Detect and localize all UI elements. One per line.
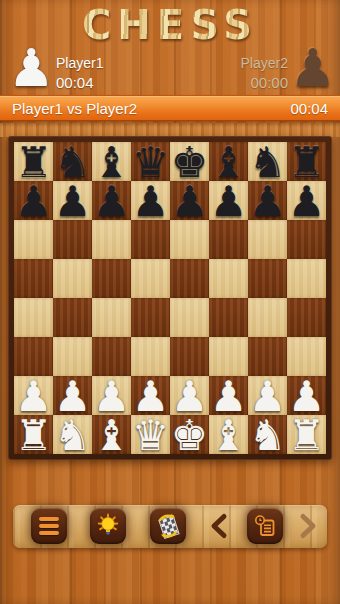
square-d7[interactable]: ♟: [131, 181, 170, 220]
status-bar: Player1 vs Player2 00:04: [0, 95, 340, 121]
square-h2[interactable]: ♟: [287, 376, 326, 415]
flip-board-icon: [155, 513, 181, 539]
square-h4[interactable]: [287, 298, 326, 337]
piece-black-pawn[interactable]: ♟: [14, 181, 53, 220]
square-b8[interactable]: ♞: [53, 142, 92, 181]
square-f1[interactable]: ♝: [209, 415, 248, 454]
square-a4[interactable]: [14, 298, 53, 337]
square-e4[interactable]: [170, 298, 209, 337]
piece-white-bishop[interactable]: ♝: [209, 415, 248, 454]
piece-white-knight[interactable]: ♞: [248, 415, 287, 454]
square-a6[interactable]: [14, 220, 53, 259]
square-f8[interactable]: ♝: [209, 142, 248, 181]
white-pawn-icon: ♟: [8, 44, 55, 92]
piece-white-pawn[interactable]: ♟: [131, 376, 170, 415]
piece-black-pawn[interactable]: ♟: [131, 181, 170, 220]
move-list-button[interactable]: [247, 508, 283, 544]
next-move-button[interactable]: [293, 512, 321, 540]
previous-move-button[interactable]: [206, 512, 234, 540]
square-a5[interactable]: [14, 259, 53, 298]
piece-black-knight[interactable]: ♞: [53, 142, 92, 181]
piece-white-bishop[interactable]: ♝: [92, 415, 131, 454]
square-c4[interactable]: [92, 298, 131, 337]
square-b5[interactable]: [53, 259, 92, 298]
hint-button[interactable]: [90, 508, 126, 544]
square-c6[interactable]: [92, 220, 131, 259]
square-e3[interactable]: [170, 337, 209, 376]
square-d3[interactable]: [131, 337, 170, 376]
menu-button[interactable]: [31, 508, 67, 544]
piece-white-knight[interactable]: ♞: [53, 415, 92, 454]
square-f2[interactable]: ♟: [209, 376, 248, 415]
piece-white-queen[interactable]: ♛: [131, 415, 170, 454]
square-d6[interactable]: [131, 220, 170, 259]
square-d5[interactable]: [131, 259, 170, 298]
piece-white-pawn[interactable]: ♟: [248, 376, 287, 415]
piece-black-knight[interactable]: ♞: [248, 142, 287, 181]
piece-black-pawn[interactable]: ♟: [248, 181, 287, 220]
flip-board-button[interactable]: [150, 508, 186, 544]
black-player-name: Player2: [241, 54, 288, 73]
lightbulb-icon: [95, 513, 121, 539]
square-g7[interactable]: ♟: [248, 181, 287, 220]
square-b1[interactable]: ♞: [53, 415, 92, 454]
square-g2[interactable]: ♟: [248, 376, 287, 415]
piece-black-bishop[interactable]: ♝: [209, 142, 248, 181]
square-a1[interactable]: ♜: [14, 415, 53, 454]
square-h6[interactable]: [287, 220, 326, 259]
square-e1[interactable]: ♚: [170, 415, 209, 454]
piece-white-pawn[interactable]: ♟: [170, 376, 209, 415]
square-g1[interactable]: ♞: [248, 415, 287, 454]
square-e5[interactable]: [170, 259, 209, 298]
square-d2[interactable]: ♟: [131, 376, 170, 415]
toolbar: [13, 505, 327, 548]
square-d4[interactable]: [131, 298, 170, 337]
piece-white-king[interactable]: ♚: [170, 415, 209, 454]
piece-black-pawn[interactable]: ♟: [92, 181, 131, 220]
square-c8[interactable]: ♝: [92, 142, 131, 181]
square-b7[interactable]: ♟: [53, 181, 92, 220]
square-g6[interactable]: [248, 220, 287, 259]
piece-black-pawn[interactable]: ♟: [170, 181, 209, 220]
chess-board-frame: ♜♞♝♛♚♝♞♜♟♟♟♟♟♟♟♟♟♟♟♟♟♟♟♟♜♞♝♛♚♝♞♜: [8, 136, 332, 460]
chess-app: CHESS ♟ Player1 00:04 Player2 00:00 ♟ Pl…: [0, 0, 340, 604]
piece-black-rook[interactable]: ♜: [14, 142, 53, 181]
square-f5[interactable]: [209, 259, 248, 298]
piece-white-rook[interactable]: ♜: [14, 415, 53, 454]
square-b4[interactable]: [53, 298, 92, 337]
piece-white-pawn[interactable]: ♟: [287, 376, 326, 415]
square-e7[interactable]: ♟: [170, 181, 209, 220]
brown-pawn-icon: ♟: [289, 44, 336, 92]
square-h8[interactable]: ♜: [287, 142, 326, 181]
square-b6[interactable]: [53, 220, 92, 259]
square-c3[interactable]: [92, 337, 131, 376]
square-a2[interactable]: ♟: [14, 376, 53, 415]
piece-white-pawn[interactable]: ♟: [209, 376, 248, 415]
square-e6[interactable]: [170, 220, 209, 259]
square-c2[interactable]: ♟: [92, 376, 131, 415]
square-f6[interactable]: [209, 220, 248, 259]
piece-white-pawn[interactable]: ♟: [14, 376, 53, 415]
square-f4[interactable]: [209, 298, 248, 337]
elapsed-time: 00:04: [290, 100, 328, 117]
piece-black-pawn[interactable]: ♟: [287, 181, 326, 220]
chevron-right-icon: [293, 512, 321, 540]
square-g8[interactable]: ♞: [248, 142, 287, 181]
square-f3[interactable]: [209, 337, 248, 376]
square-g5[interactable]: [248, 259, 287, 298]
square-h3[interactable]: [287, 337, 326, 376]
wood-shelf-strip: [0, 123, 340, 137]
square-c7[interactable]: ♟: [92, 181, 131, 220]
black-player-clock: 00:00: [241, 73, 288, 92]
chevron-left-icon: [206, 512, 234, 540]
hamburger-icon: [39, 517, 59, 535]
white-player-clock: 00:04: [56, 73, 103, 92]
square-h5[interactable]: [287, 259, 326, 298]
piece-black-pawn[interactable]: ♟: [209, 181, 248, 220]
piece-black-king[interactable]: ♚: [170, 142, 209, 181]
square-h7[interactable]: ♟: [287, 181, 326, 220]
square-e8[interactable]: ♚: [170, 142, 209, 181]
square-e2[interactable]: ♟: [170, 376, 209, 415]
square-f7[interactable]: ♟: [209, 181, 248, 220]
square-g3[interactable]: [248, 337, 287, 376]
piece-white-pawn[interactable]: ♟: [92, 376, 131, 415]
square-a3[interactable]: [14, 337, 53, 376]
piece-black-rook[interactable]: ♜: [287, 142, 326, 181]
square-a8[interactable]: ♜: [14, 142, 53, 181]
square-g4[interactable]: [248, 298, 287, 337]
piece-black-queen[interactable]: ♛: [131, 142, 170, 181]
square-h1[interactable]: ♜: [287, 415, 326, 454]
white-player-name: Player1: [56, 54, 103, 73]
piece-white-rook[interactable]: ♜: [287, 415, 326, 454]
square-d1[interactable]: ♛: [131, 415, 170, 454]
matchup-label: Player1 vs Player2: [12, 100, 137, 117]
square-b2[interactable]: ♟: [53, 376, 92, 415]
square-c1[interactable]: ♝: [92, 415, 131, 454]
piece-white-pawn[interactable]: ♟: [53, 376, 92, 415]
piece-black-bishop[interactable]: ♝: [92, 142, 131, 181]
square-a7[interactable]: ♟: [14, 181, 53, 220]
piece-black-pawn[interactable]: ♟: [53, 181, 92, 220]
move-list-clock-icon: [252, 513, 278, 539]
square-b3[interactable]: [53, 337, 92, 376]
square-c5[interactable]: [92, 259, 131, 298]
square-d8[interactable]: ♛: [131, 142, 170, 181]
chess-board: ♜♞♝♛♚♝♞♜♟♟♟♟♟♟♟♟♟♟♟♟♟♟♟♟♜♞♝♛♚♝♞♜: [14, 142, 326, 454]
